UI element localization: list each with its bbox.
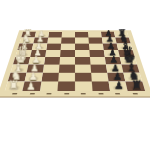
square-c7: ♟	[103, 44, 118, 50]
square-g8: ♞	[123, 73, 142, 82]
square-g2: ♟	[25, 73, 43, 82]
square-d6	[89, 50, 104, 57]
square-e7: ♟	[105, 57, 122, 65]
square-g3	[41, 73, 58, 82]
square-d3	[45, 50, 60, 57]
square-d5	[75, 50, 90, 57]
chess-set-photo: ♜♟♟♜♞♟♟♞♝♟♟♝♛♟♟♛♚♟♟♚♝♟♟♝♞♟♟♞♜♟♟♜	[0, 0, 150, 150]
white-pawn: ♟	[22, 81, 40, 92]
board-coordinates	[6, 92, 144, 96]
square-h5	[75, 81, 93, 91]
square-g7: ♟	[107, 73, 125, 82]
square-d8: ♛	[118, 50, 135, 57]
square-h3	[40, 81, 58, 91]
square-c3	[46, 44, 61, 50]
black-knight: ♞	[126, 70, 143, 82]
square-e5	[75, 57, 91, 65]
coordinate-mark	[115, 93, 120, 94]
square-e2: ♟	[28, 57, 45, 65]
coordinate-mark	[64, 93, 69, 94]
square-h8: ♜	[125, 81, 145, 91]
square-f7: ♟	[106, 65, 123, 73]
coordinate-mark	[12, 93, 17, 94]
square-h6	[92, 81, 110, 91]
square-f4	[59, 65, 75, 73]
square-h1: ♜	[5, 81, 25, 91]
black-rook: ♜	[115, 28, 128, 38]
square-e8: ♚	[120, 57, 137, 65]
square-e3	[44, 57, 60, 65]
square-h4	[57, 81, 75, 91]
square-g6	[91, 73, 108, 82]
coordinate-mark	[98, 93, 103, 94]
square-c8: ♝	[117, 44, 133, 50]
square-e4	[59, 57, 75, 65]
white-rook: ♜	[21, 28, 34, 38]
square-g4	[58, 73, 75, 82]
square-d7: ♟	[104, 50, 120, 57]
square-c2: ♟	[32, 44, 47, 50]
square-g1: ♞	[8, 73, 27, 82]
square-c1: ♝	[17, 44, 33, 50]
coordinate-mark	[30, 93, 35, 94]
white-knight: ♞	[8, 70, 25, 82]
square-e6	[90, 57, 106, 65]
square-f6	[91, 65, 108, 73]
square-f5	[75, 65, 91, 73]
square-d4	[60, 50, 75, 57]
coordinate-mark	[133, 93, 138, 94]
square-f8: ♝	[122, 65, 140, 73]
square-d2: ♟	[30, 50, 46, 57]
square-f2: ♟	[27, 65, 44, 73]
black-rook: ♜	[128, 79, 146, 92]
square-c6	[89, 44, 104, 50]
square-c5	[75, 44, 89, 50]
square-f3	[43, 65, 60, 73]
white-rook: ♜	[5, 79, 23, 92]
chessboard: ♜♟♟♜♞♟♟♞♝♟♟♝♛♟♟♛♚♟♟♚♝♟♟♝♞♟♟♞♜♟♟♜	[0, 30, 150, 96]
square-h2: ♟	[22, 81, 41, 91]
white-pawn: ♟	[26, 64, 42, 74]
square-g5	[75, 73, 92, 82]
square-c4	[61, 44, 75, 50]
coordinate-mark	[47, 93, 52, 94]
coordinate-mark	[81, 93, 86, 94]
